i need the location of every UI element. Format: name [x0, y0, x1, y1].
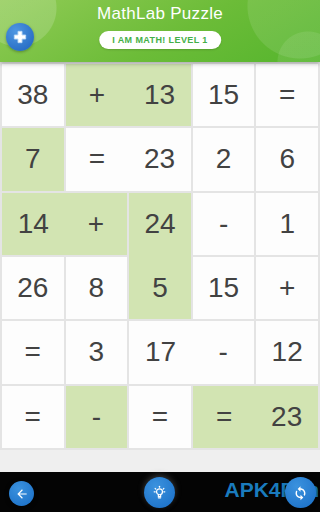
grid-piece[interactable]: - — [193, 193, 255, 255]
piece-cell-value: + — [256, 257, 318, 319]
grid-piece[interactable]: +13 — [66, 64, 191, 126]
grid-piece[interactable]: 7 — [2, 128, 64, 190]
grid-piece[interactable]: 12 — [256, 321, 318, 383]
piece-cell-value: = — [2, 321, 64, 383]
piece-cell-value: 6 — [256, 128, 318, 190]
grid-piece[interactable]: 2 — [193, 128, 255, 190]
grid-piece[interactable]: 14+ — [2, 193, 127, 255]
grid-piece[interactable]: =23 — [66, 128, 191, 190]
grid-piece[interactable]: 15 — [193, 64, 255, 126]
piece-cell-value: 24 — [129, 193, 191, 256]
piece-cell-value: 26 — [2, 257, 64, 319]
piece-cell-value: - — [192, 321, 255, 383]
grid-piece[interactable]: = — [2, 386, 64, 448]
piece-cell-value: + — [65, 193, 128, 255]
lightbulb-icon — [151, 484, 168, 501]
piece-cell-value: = — [193, 386, 256, 448]
grid-piece[interactable]: 26 — [2, 257, 64, 319]
piece-cell-value: 15 — [193, 257, 255, 319]
header: MathLab Puzzle I AM MATH! LEVEL 1 — [0, 0, 320, 62]
piece-cell-value: 12 — [256, 321, 318, 383]
piece-cell-value: = — [129, 386, 191, 448]
piece-cell-value: 2 — [193, 128, 255, 190]
piece-cell-value: 7 — [2, 128, 64, 190]
plus-icon — [12, 29, 28, 45]
grid-piece[interactable]: 3 — [66, 321, 128, 383]
sync-icon — [292, 484, 309, 501]
piece-cell-value: - — [193, 193, 255, 255]
grid-piece[interactable]: 8 — [66, 257, 128, 319]
back-button[interactable] — [9, 481, 34, 506]
board: 38+1315=7=232614+245-126815+=317-12=-==2… — [0, 62, 320, 450]
piece-cell-value: + — [66, 64, 129, 126]
piece-cell-value: 5 — [129, 256, 191, 319]
grid-piece[interactable]: - — [66, 386, 128, 448]
piece-cell-value: 15 — [193, 64, 255, 126]
refresh-button[interactable] — [285, 477, 316, 508]
level-badge: I AM MATH! LEVEL 1 — [99, 31, 221, 49]
piece-cell-value: = — [66, 128, 129, 190]
grid-piece[interactable]: =23 — [193, 386, 318, 448]
bottom-toolbar: APK4Fun — [0, 472, 320, 512]
board-footer-strip — [0, 450, 320, 472]
grid-piece[interactable]: 245 — [129, 193, 191, 320]
grid-piece[interactable]: 38 — [2, 64, 64, 126]
piece-cell-value: 8 — [66, 257, 128, 319]
grid-piece[interactable]: 1 — [256, 193, 318, 255]
piece-cell-value: 1 — [256, 193, 318, 255]
grid-piece[interactable]: = — [256, 64, 318, 126]
page-title: MathLab Puzzle — [0, 4, 320, 24]
grid-piece[interactable]: 17- — [129, 321, 254, 383]
piece-cell-value: 23 — [255, 386, 318, 448]
piece-cell-value: 13 — [128, 64, 191, 126]
piece-cell-value: 17 — [129, 321, 192, 383]
piece-cell-value: = — [256, 64, 318, 126]
grid-piece[interactable]: 15 — [193, 257, 255, 319]
grid-piece[interactable]: = — [2, 321, 64, 383]
piece-cell-value: - — [66, 386, 128, 448]
hint-button[interactable] — [144, 477, 175, 508]
grid-piece[interactable]: + — [256, 257, 318, 319]
piece-cell-value: = — [2, 386, 64, 448]
piece-cell-value: 14 — [2, 193, 65, 255]
arrow-left-icon — [15, 487, 29, 501]
grid-piece[interactable]: 6 — [256, 128, 318, 190]
piece-cell-value: 23 — [128, 128, 191, 190]
app-screen: MathLab Puzzle I AM MATH! LEVEL 1 38+131… — [0, 0, 320, 512]
piece-cell-value: 3 — [66, 321, 128, 383]
add-button[interactable] — [6, 23, 34, 51]
grid-piece[interactable]: = — [129, 386, 191, 448]
piece-cell-value: 38 — [2, 64, 64, 126]
